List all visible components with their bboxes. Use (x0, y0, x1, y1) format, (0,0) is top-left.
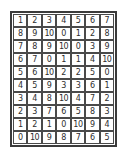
grid-cell[interactable]: 5 (13, 66, 27, 79)
number-grid-border: 1234567891001287891003967011410561022504… (10, 11, 117, 147)
grid-cell[interactable]: 0 (56, 118, 70, 131)
grid-cell[interactable]: 1 (13, 118, 27, 131)
grid-cell[interactable]: 7 (85, 92, 99, 105)
grid-cell[interactable]: 0 (42, 53, 56, 66)
grid-cell[interactable]: 0 (56, 27, 70, 40)
grid-cell[interactable]: 5 (27, 79, 41, 92)
grid-cell[interactable]: 0 (71, 40, 85, 53)
grid-cell[interactable]: 0 (13, 131, 27, 144)
grid-cell[interactable]: 1 (100, 79, 114, 92)
grid-cell[interactable]: 9 (42, 79, 56, 92)
grid-cell[interactable]: 3 (27, 105, 41, 118)
grid-cell[interactable]: 1 (42, 118, 56, 131)
grid-cell[interactable]: 8 (27, 40, 41, 53)
grid-cell[interactable]: 4 (27, 92, 41, 105)
grid-cell[interactable]: 2 (56, 66, 70, 79)
grid-cell[interactable]: 6 (85, 79, 99, 92)
number-grid: 1234567891001287891003967011410561022504… (13, 14, 114, 144)
grid-cell[interactable]: 10 (71, 118, 85, 131)
grid-cell[interactable]: 4 (100, 118, 114, 131)
grid-cell[interactable]: 2 (85, 27, 99, 40)
grid-cell[interactable]: 8 (42, 92, 56, 105)
grid-cell[interactable]: 9 (42, 40, 56, 53)
grid-cell[interactable]: 6 (85, 131, 99, 144)
grid-cell[interactable]: 5 (71, 105, 85, 118)
grid-cell[interactable]: 10 (56, 40, 70, 53)
grid-cell[interactable]: 1 (71, 27, 85, 40)
grid-cell[interactable]: 3 (13, 92, 27, 105)
grid-cell[interactable]: 3 (100, 105, 114, 118)
grid-cell[interactable]: 2 (27, 118, 41, 131)
grid-cell[interactable]: 7 (27, 53, 41, 66)
grid-cell[interactable]: 2 (13, 105, 27, 118)
grid-cell[interactable]: 9 (100, 40, 114, 53)
grid-cell[interactable]: 9 (42, 131, 56, 144)
grid-cell[interactable]: 8 (13, 27, 27, 40)
grid-cell[interactable]: 7 (13, 40, 27, 53)
grid-cell[interactable]: 9 (27, 27, 41, 40)
grid-cell[interactable]: 8 (85, 105, 99, 118)
grid-cell[interactable]: 8 (56, 131, 70, 144)
worksheet-page: 1234567891001287891003967011410561022504… (0, 0, 126, 162)
grid-cell[interactable]: 4 (71, 92, 85, 105)
grid-cell[interactable]: 5 (100, 131, 114, 144)
grid-cell[interactable]: 5 (85, 66, 99, 79)
grid-cell[interactable]: 3 (42, 14, 56, 27)
grid-cell[interactable]: 10 (100, 53, 114, 66)
grid-cell[interactable]: 2 (71, 66, 85, 79)
grid-cell[interactable]: 6 (56, 105, 70, 118)
grid-cell[interactable]: 10 (42, 66, 56, 79)
grid-cell[interactable]: 5 (71, 14, 85, 27)
grid-cell[interactable]: 3 (56, 79, 70, 92)
grid-cell[interactable]: 6 (27, 66, 41, 79)
grid-cell[interactable]: 3 (85, 40, 99, 53)
grid-cell[interactable]: 7 (71, 131, 85, 144)
grid-cell[interactable]: 10 (27, 131, 41, 144)
grid-cell[interactable]: 8 (100, 27, 114, 40)
grid-cell[interactable]: 10 (42, 27, 56, 40)
grid-cell[interactable]: 7 (42, 105, 56, 118)
grid-cell[interactable]: 2 (100, 92, 114, 105)
grid-cell[interactable]: 4 (85, 53, 99, 66)
grid-cell[interactable]: 0 (100, 66, 114, 79)
grid-cell[interactable]: 4 (56, 14, 70, 27)
grid-cell[interactable]: 7 (100, 14, 114, 27)
grid-cell[interactable]: 2 (27, 14, 41, 27)
grid-cell[interactable]: 6 (85, 14, 99, 27)
grid-cell[interactable]: 1 (56, 53, 70, 66)
grid-cell[interactable]: 9 (85, 118, 99, 131)
grid-cell[interactable]: 1 (13, 14, 27, 27)
grid-cell[interactable]: 1 (71, 53, 85, 66)
grid-cell[interactable]: 4 (13, 79, 27, 92)
grid-cell[interactable]: 3 (71, 79, 85, 92)
grid-cell[interactable]: 10 (56, 92, 70, 105)
grid-cell[interactable]: 6 (13, 53, 27, 66)
